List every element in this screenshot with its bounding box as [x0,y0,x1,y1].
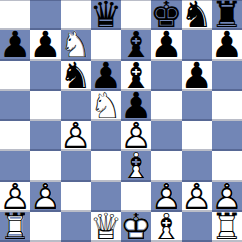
piece-black-queen[interactable]: ♛ [91,0,121,30]
white-piece-outline-glyph: ♗ [151,212,181,242]
square-b6[interactable] [30,61,60,91]
piece-white-bishop[interactable]: ♝♗ [121,151,151,181]
black-piece-glyph: ♞ [61,61,91,91]
square-g8[interactable]: ♞ [182,0,212,30]
square-b5[interactable] [30,91,60,121]
square-f6[interactable] [151,61,181,91]
square-b1[interactable] [30,212,60,242]
black-piece-glyph: ♟ [212,30,242,60]
piece-black-knight[interactable]: ♞ [182,0,212,30]
white-piece-outline-glyph: ♖ [0,212,30,242]
black-piece-glyph: ♟ [0,30,30,60]
black-piece-glyph: ♟ [151,30,181,60]
square-d4[interactable] [91,121,121,151]
black-piece-glyph: ♛ [91,0,121,30]
piece-black-knight[interactable]: ♞ [61,61,91,91]
square-e1[interactable]: ♚♔ [121,212,151,242]
square-c6[interactable]: ♞ [61,61,91,91]
square-a4[interactable] [0,121,30,151]
square-d1[interactable]: ♛♕ [91,212,121,242]
square-b4[interactable] [30,121,60,151]
white-piece-outline-glyph: ♗ [121,151,151,181]
square-b7[interactable]: ♟ [30,30,60,60]
square-a1[interactable]: ♜♖ [0,212,30,242]
piece-white-queen[interactable]: ♛♕ [91,212,121,242]
white-piece-outline-glyph: ♕ [91,212,121,242]
square-c4[interactable]: ♟♙ [61,121,91,151]
square-g2[interactable]: ♟♙ [182,182,212,212]
piece-white-rook[interactable]: ♜♖ [212,212,242,242]
piece-black-pawn[interactable]: ♟ [0,30,30,60]
square-g4[interactable] [182,121,212,151]
square-c3[interactable] [61,151,91,181]
piece-white-pawn[interactable]: ♟♙ [61,121,91,151]
square-g5[interactable] [182,91,212,121]
square-d5[interactable]: ♞♘ [91,91,121,121]
piece-white-rook[interactable]: ♜♖ [0,212,30,242]
square-e3[interactable]: ♝♗ [121,151,151,181]
white-piece-outline-glyph: ♙ [182,182,212,212]
piece-black-pawn[interactable]: ♟ [182,61,212,91]
black-piece-glyph: ♞ [182,0,212,30]
chess-board: ♛♚♞♜♟♟♞♘♝♟♟♞♟♝♟♞♘♟♟♙♟♙♝♗♟♙♟♙♟♙♟♙♟♙♜♖♛♕♚♔… [0,0,242,242]
black-piece-glyph: ♟ [30,30,60,60]
square-h1[interactable]: ♜♖ [212,212,242,242]
square-f1[interactable]: ♝♗ [151,212,181,242]
square-h6[interactable] [212,61,242,91]
square-b2[interactable]: ♟♙ [30,182,60,212]
white-piece-outline-glyph: ♔ [121,212,151,242]
square-g1[interactable] [182,212,212,242]
square-g6[interactable]: ♟ [182,61,212,91]
white-piece-outline-glyph: ♘ [91,91,121,121]
square-a5[interactable] [0,91,30,121]
piece-black-pawn[interactable]: ♟ [30,30,60,60]
piece-black-pawn[interactable]: ♟ [212,30,242,60]
square-c1[interactable] [61,212,91,242]
square-f4[interactable] [151,121,181,151]
square-d8[interactable]: ♛ [91,0,121,30]
black-piece-glyph: ♟ [182,61,212,91]
white-piece-outline-glyph: ♙ [30,182,60,212]
white-piece-outline-glyph: ♖ [212,212,242,242]
square-h4[interactable] [212,121,242,151]
square-h7[interactable]: ♟ [212,30,242,60]
square-h5[interactable] [212,91,242,121]
square-f7[interactable]: ♟ [151,30,181,60]
square-a7[interactable]: ♟ [0,30,30,60]
piece-black-pawn[interactable]: ♟ [151,30,181,60]
piece-white-knight[interactable]: ♞♘ [91,91,121,121]
piece-white-bishop[interactable]: ♝♗ [151,212,181,242]
piece-white-pawn[interactable]: ♟♙ [182,182,212,212]
square-d3[interactable] [91,151,121,181]
piece-white-king[interactable]: ♚♔ [121,212,151,242]
white-piece-outline-glyph: ♙ [61,121,91,151]
square-f5[interactable] [151,91,181,121]
square-a6[interactable] [0,61,30,91]
piece-white-pawn[interactable]: ♟♙ [30,182,60,212]
square-c2[interactable] [61,182,91,212]
